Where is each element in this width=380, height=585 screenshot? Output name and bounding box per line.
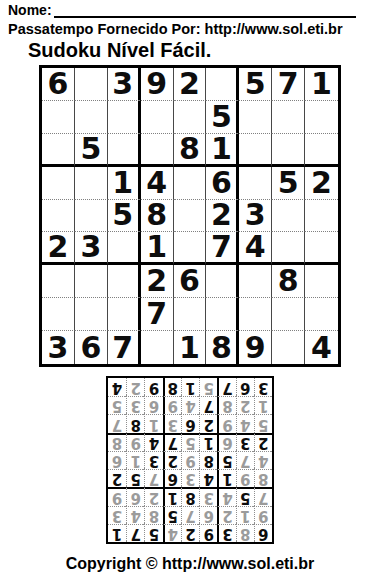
solution-cell-r7c7: 1 [144, 414, 162, 432]
solution-cell-r1c4: 9 [199, 524, 217, 542]
puzzle-cell-r5c5[interactable] [174, 200, 207, 233]
provider-text: Passatempo Fornecido Por: http://www.sol… [8, 21, 343, 37]
puzzle-cell-r5c8[interactable] [272, 200, 305, 233]
puzzle-cell-r7c6[interactable] [206, 265, 239, 298]
solution-cell-r3c1: 7 [254, 487, 272, 505]
solution-cell-r7c6: 3 [163, 414, 181, 432]
solution-cell-r9c2: 6 [236, 378, 254, 396]
puzzle-cell-r7c1[interactable] [42, 265, 75, 298]
solution-cell-r6c2: 3 [236, 433, 254, 451]
puzzle-cell-r5c7: 3 [239, 200, 272, 233]
solution-cell-r5c2: 7 [236, 451, 254, 469]
puzzle-cell-r8c6[interactable] [206, 298, 239, 331]
solution-cell-r2c1: 9 [254, 506, 272, 524]
puzzle-cell-r6c5[interactable] [174, 232, 207, 265]
solution-cell-r5c5: 9 [181, 451, 199, 469]
solution-cell-r9c5: 1 [181, 378, 199, 396]
name-fill-in-line[interactable] [54, 2, 356, 18]
solution-cell-r7c9: 7 [108, 414, 126, 432]
solution-cell-r4c8: 5 [126, 469, 144, 487]
solution-cell-r3c3: 4 [217, 487, 235, 505]
solution-cell-r8c5: 4 [181, 396, 199, 414]
solution-cell-r3c8: 6 [126, 487, 144, 505]
puzzle-cell-r3c9[interactable] [305, 134, 338, 167]
puzzle-cell-r4c2[interactable] [75, 167, 108, 200]
solution-cell-r2c5: 7 [181, 506, 199, 524]
puzzle-cell-r1c5: 2 [174, 68, 207, 101]
puzzle-cell-r7c5: 6 [174, 265, 207, 298]
solution-cell-r8c8: 3 [126, 396, 144, 414]
solution-cell-r3c6: 1 [163, 487, 181, 505]
puzzle-cell-r9c2: 6 [75, 331, 108, 364]
solution-cell-r3c7: 2 [144, 487, 162, 505]
solution-cell-r8c9: 5 [108, 396, 126, 414]
solution-cell-r8c1: 1 [254, 396, 272, 414]
page-title: Sudoku Nível Fácil. [28, 39, 211, 62]
solution-cell-r2c2: 1 [236, 506, 254, 524]
puzzle-cell-r2c6: 5 [206, 101, 239, 134]
puzzle-cell-r6c9[interactable] [305, 232, 338, 265]
solution-cell-r6c4: 1 [199, 433, 217, 451]
solution-cell-r5c3: 5 [217, 451, 235, 469]
puzzle-cell-r4c4: 4 [141, 167, 174, 200]
solution-cell-r6c1: 2 [254, 433, 272, 451]
puzzle-cell-r7c2[interactable] [75, 265, 108, 298]
name-row: Nome: [8, 2, 356, 18]
solution-cell-r5c6: 2 [163, 451, 181, 469]
solution-cell-r1c5: 2 [181, 524, 199, 542]
puzzle-cell-r3c8[interactable] [272, 134, 305, 167]
puzzle-cell-r2c7[interactable] [239, 101, 272, 134]
solution-cell-r4c2: 9 [236, 469, 254, 487]
puzzle-cell-r1c1: 6 [42, 68, 75, 101]
puzzle-cell-r1c3: 3 [108, 68, 141, 101]
solution-cell-r3c2: 5 [236, 487, 254, 505]
solution-cell-r6c9: 8 [108, 433, 126, 451]
solution-cell-r8c2: 2 [236, 396, 254, 414]
solution-cell-r3c5: 8 [181, 487, 199, 505]
solution-cell-r2c8: 4 [126, 506, 144, 524]
puzzle-cell-r4c7[interactable] [239, 167, 272, 200]
solution-cell-r6c3: 6 [217, 433, 235, 451]
solution-cell-r6c7: 4 [144, 433, 162, 451]
puzzle-cell-r3c7[interactable] [239, 134, 272, 167]
solution-cell-r4c4: 4 [199, 469, 217, 487]
puzzle-cell-r7c4: 2 [141, 265, 174, 298]
puzzle-cell-r3c6: 1 [206, 134, 239, 167]
solution-cell-r3c9: 9 [108, 487, 126, 505]
solution-cell-r1c8: 7 [126, 524, 144, 542]
solution-cell-r2c3: 2 [217, 506, 235, 524]
puzzle-cell-r8c8[interactable] [272, 298, 305, 331]
puzzle-cell-r6c4: 1 [141, 232, 174, 265]
solution-cell-r5c1: 4 [254, 451, 272, 469]
solution-cell-r6c6: 7 [163, 433, 181, 451]
puzzle-cell-r2c1[interactable] [42, 101, 75, 134]
puzzle-cell-r3c1[interactable] [42, 134, 75, 167]
puzzle-cell-r5c3: 5 [108, 200, 141, 233]
solution-cell-r1c6: 4 [163, 524, 181, 542]
puzzle-cell-r8c9[interactable] [305, 298, 338, 331]
solution-cell-r4c5: 3 [181, 469, 199, 487]
solution-cell-r8c7: 6 [144, 396, 162, 414]
puzzle-cell-r3c4[interactable] [141, 134, 174, 167]
puzzle-cell-r6c3[interactable] [108, 232, 141, 265]
puzzle-cell-r2c9[interactable] [305, 101, 338, 134]
solution-cell-r9c8: 2 [126, 378, 144, 396]
solution-cell-r4c1: 8 [254, 469, 272, 487]
solution-grid: 6839245719126758437543812698914367524758… [106, 376, 274, 544]
solution-cell-r9c7: 9 [144, 378, 162, 396]
solution-cell-r6c5: 5 [181, 433, 199, 451]
solution-cell-r6c8: 9 [126, 433, 144, 451]
puzzle-cell-r1c7: 5 [239, 68, 272, 101]
puzzle-cell-r2c3[interactable] [108, 101, 141, 134]
puzzle-cell-r1c2[interactable] [75, 68, 108, 101]
solution-cell-r7c3: 9 [217, 414, 235, 432]
puzzle-cell-r8c5[interactable] [174, 298, 207, 331]
puzzle-cell-r8c3[interactable] [108, 298, 141, 331]
name-label: Nome: [8, 2, 52, 18]
puzzle-cell-r4c1[interactable] [42, 167, 75, 200]
puzzle-cell-r1c8: 7 [272, 68, 305, 101]
puzzle-cell-r2c4[interactable] [141, 101, 174, 134]
puzzle-cell-r5c1[interactable] [42, 200, 75, 233]
puzzle-cell-r2c5[interactable] [174, 101, 207, 134]
puzzle-cell-r4c5[interactable] [174, 167, 207, 200]
solution-cell-r9c4: 5 [199, 378, 217, 396]
puzzle-cell-r8c7[interactable] [239, 298, 272, 331]
solution-cell-r7c8: 8 [126, 414, 144, 432]
solution-cell-r2c6: 5 [163, 506, 181, 524]
solution-cell-r2c9: 3 [108, 506, 126, 524]
solution-cell-r9c9: 4 [108, 378, 126, 396]
puzzle-cell-r4c8: 5 [272, 167, 305, 200]
solution-cell-r1c9: 1 [108, 524, 126, 542]
puzzle-cell-r9c6: 8 [206, 331, 239, 364]
puzzle-cell-r4c9: 2 [305, 167, 338, 200]
puzzle-cell-r9c9: 4 [305, 331, 338, 364]
puzzle-cell-r4c6: 6 [206, 167, 239, 200]
puzzle-cell-r2c2[interactable] [75, 101, 108, 134]
solution-cell-r1c2: 8 [236, 524, 254, 542]
solution-cell-r9c6: 8 [163, 378, 181, 396]
solution-cell-r5c4: 8 [199, 451, 217, 469]
puzzle-cell-r5c4: 8 [141, 200, 174, 233]
puzzle-cell-r4c3: 1 [108, 167, 141, 200]
solution-cell-r8c6: 9 [163, 396, 181, 414]
puzzle-cell-r9c4[interactable] [141, 331, 174, 364]
puzzle-cell-r6c1: 2 [42, 232, 75, 265]
copyright-text: Copyright © http://www.sol.eti.br [0, 555, 380, 573]
puzzle-cell-r3c2: 5 [75, 134, 108, 167]
solution-cell-r5c9: 6 [108, 451, 126, 469]
solution-cell-r1c1: 6 [254, 524, 272, 542]
puzzle-cell-r3c5: 8 [174, 134, 207, 167]
solution-cell-r2c4: 6 [199, 506, 217, 524]
puzzle-cell-r2c8[interactable] [272, 101, 305, 134]
solution-cell-r7c2: 4 [236, 414, 254, 432]
solution-cell-r8c4: 7 [199, 396, 217, 414]
solution-cell-r9c3: 7 [217, 378, 235, 396]
puzzle-cell-r5c6: 2 [206, 200, 239, 233]
solution-cell-r5c8: 1 [126, 451, 144, 469]
puzzle-cell-r8c1[interactable] [42, 298, 75, 331]
puzzle-cell-r7c8: 8 [272, 265, 305, 298]
solution-cell-r1c7: 5 [144, 524, 162, 542]
puzzle-grid: 639257155811465258232317426873671894 [39, 65, 341, 367]
puzzle-cell-r9c7: 9 [239, 331, 272, 364]
puzzle-cell-r6c2: 3 [75, 232, 108, 265]
puzzle-cell-r8c4: 7 [141, 298, 174, 331]
solution-cell-r7c5: 6 [181, 414, 199, 432]
solution-cell-r7c1: 5 [254, 414, 272, 432]
puzzle-cell-r9c3: 7 [108, 331, 141, 364]
solution-cell-r1c3: 3 [217, 524, 235, 542]
puzzle-cell-r7c3[interactable] [108, 265, 141, 298]
worksheet-page: Nome: Passatempo Fornecido Por: http://w… [0, 0, 380, 585]
solution-cell-r3c4: 3 [199, 487, 217, 505]
puzzle-cell-r7c9[interactable] [305, 265, 338, 298]
puzzle-cell-r9c1: 3 [42, 331, 75, 364]
puzzle-cell-r6c6: 7 [206, 232, 239, 265]
solution-cell-r2c7: 8 [144, 506, 162, 524]
solution-cell-r4c3: 1 [217, 469, 235, 487]
solution-cell-r9c1: 3 [254, 378, 272, 396]
solution-cell-r4c6: 6 [163, 469, 181, 487]
puzzle-cell-r3c3[interactable] [108, 134, 141, 167]
puzzle-cell-r6c8[interactable] [272, 232, 305, 265]
puzzle-cell-r9c8[interactable] [272, 331, 305, 364]
puzzle-cell-r5c2[interactable] [75, 200, 108, 233]
solution-cell-r8c3: 8 [217, 396, 235, 414]
solution-cell-r7c4: 2 [199, 414, 217, 432]
puzzle-cell-r7c7[interactable] [239, 265, 272, 298]
puzzle-cell-r8c2[interactable] [75, 298, 108, 331]
solution-cell-r5c7: 3 [144, 451, 162, 469]
puzzle-cell-r1c6[interactable] [206, 68, 239, 101]
puzzle-cell-r9c5: 1 [174, 331, 207, 364]
puzzle-cell-r6c7: 4 [239, 232, 272, 265]
solution-cell-r4c9: 2 [108, 469, 126, 487]
puzzle-cell-r5c9[interactable] [305, 200, 338, 233]
solution-cell-r4c7: 7 [144, 469, 162, 487]
puzzle-cell-r1c4: 9 [141, 68, 174, 101]
puzzle-cell-r1c9: 1 [305, 68, 338, 101]
